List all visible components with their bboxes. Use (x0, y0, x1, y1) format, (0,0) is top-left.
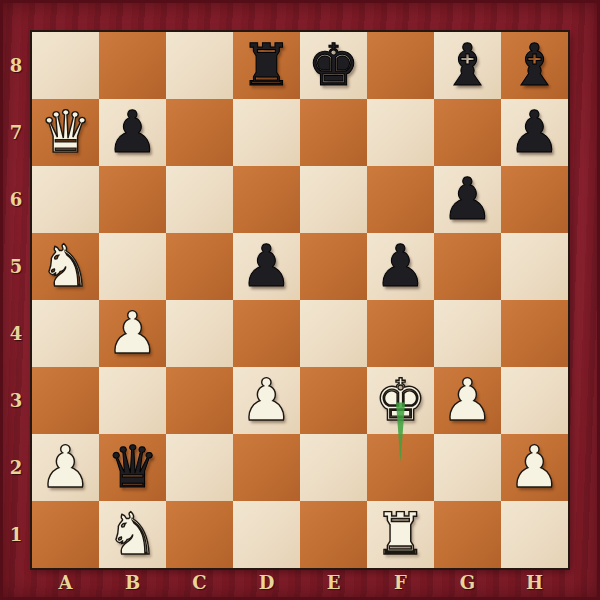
square-h3[interactable] (501, 367, 568, 434)
piece-white-rook-f1[interactable]: ♜ (375, 501, 427, 568)
square-g7[interactable] (434, 99, 501, 166)
square-a1[interactable] (32, 501, 99, 568)
piece-black-bishop-h8[interactable]: ♝ (509, 32, 561, 99)
rank-label-8: 8 (0, 32, 32, 99)
piece-white-pawn-g3[interactable]: ♟ (442, 367, 494, 434)
square-g5[interactable] (434, 233, 501, 300)
square-b5[interactable] (99, 233, 166, 300)
square-c6[interactable] (166, 166, 233, 233)
rank-label-5: 5 (0, 233, 32, 300)
square-g1[interactable] (434, 501, 501, 568)
square-f6[interactable] (367, 166, 434, 233)
piece-white-pawn-b4[interactable]: ♟ (107, 300, 159, 367)
rank-label-7: 7 (0, 99, 32, 166)
piece-white-knight-b1[interactable]: ♞ (107, 501, 159, 568)
chess-board: ♜♚♝♝♛♟♟♟♞♟♟♟♟♚♟♟♛♟♞♜ (32, 32, 568, 568)
square-e3[interactable] (300, 367, 367, 434)
square-d8[interactable]: ♜ (233, 32, 300, 99)
square-b2[interactable]: ♛ (99, 434, 166, 501)
square-f8[interactable] (367, 32, 434, 99)
square-e6[interactable] (300, 166, 367, 233)
square-e5[interactable] (300, 233, 367, 300)
file-label-E: E (300, 567, 367, 600)
square-h6[interactable] (501, 166, 568, 233)
piece-white-pawn-h2[interactable]: ♟ (509, 434, 561, 501)
square-e2[interactable] (300, 434, 367, 501)
square-g3[interactable]: ♟ (434, 367, 501, 434)
piece-white-queen-a7[interactable]: ♛ (40, 99, 92, 166)
square-a4[interactable] (32, 300, 99, 367)
square-f7[interactable] (367, 99, 434, 166)
square-b4[interactable]: ♟ (99, 300, 166, 367)
square-e8[interactable]: ♚ (300, 32, 367, 99)
square-c5[interactable] (166, 233, 233, 300)
square-d4[interactable] (233, 300, 300, 367)
piece-black-pawn-f5[interactable]: ♟ (375, 233, 427, 300)
file-label-F: F (367, 567, 434, 600)
square-e1[interactable] (300, 501, 367, 568)
square-b7[interactable]: ♟ (99, 99, 166, 166)
square-c4[interactable] (166, 300, 233, 367)
square-a6[interactable] (32, 166, 99, 233)
square-a8[interactable] (32, 32, 99, 99)
piece-black-pawn-h7[interactable]: ♟ (509, 99, 561, 166)
square-h2[interactable]: ♟ (501, 434, 568, 501)
piece-black-pawn-d5[interactable]: ♟ (241, 233, 293, 300)
piece-white-knight-a5[interactable]: ♞ (40, 233, 92, 300)
square-a2[interactable]: ♟ (32, 434, 99, 501)
square-a7[interactable]: ♛ (32, 99, 99, 166)
rank-label-4: 4 (0, 300, 32, 367)
piece-black-pawn-b7[interactable]: ♟ (107, 99, 159, 166)
square-c7[interactable] (166, 99, 233, 166)
file-label-A: A (32, 567, 99, 600)
square-f3[interactable]: ♚ (367, 367, 434, 434)
square-h7[interactable]: ♟ (501, 99, 568, 166)
square-c2[interactable] (166, 434, 233, 501)
piece-black-bishop-g8[interactable]: ♝ (442, 32, 494, 99)
square-b3[interactable] (99, 367, 166, 434)
rank-label-3: 3 (0, 367, 32, 434)
file-label-C: C (166, 567, 233, 600)
square-d5[interactable]: ♟ (233, 233, 300, 300)
square-a5[interactable]: ♞ (32, 233, 99, 300)
file-label-G: G (434, 567, 501, 600)
square-c3[interactable] (166, 367, 233, 434)
square-f4[interactable] (367, 300, 434, 367)
square-e4[interactable] (300, 300, 367, 367)
square-h4[interactable] (501, 300, 568, 367)
piece-white-pawn-a2[interactable]: ♟ (40, 434, 92, 501)
square-h1[interactable] (501, 501, 568, 568)
piece-black-rook-d8[interactable]: ♜ (241, 32, 293, 99)
square-b1[interactable]: ♞ (99, 501, 166, 568)
square-d6[interactable] (233, 166, 300, 233)
chess-diagram: ♜♚♝♝♛♟♟♟♞♟♟♟♟♚♟♟♛♟♞♜ 87654321 ABCDEFGH (0, 0, 600, 600)
square-d1[interactable] (233, 501, 300, 568)
piece-black-queen-b2[interactable]: ♛ (107, 434, 159, 501)
square-g6[interactable]: ♟ (434, 166, 501, 233)
square-b6[interactable] (99, 166, 166, 233)
square-g2[interactable] (434, 434, 501, 501)
square-a3[interactable] (32, 367, 99, 434)
square-f1[interactable]: ♜ (367, 501, 434, 568)
square-h5[interactable] (501, 233, 568, 300)
file-label-D: D (233, 567, 300, 600)
square-g4[interactable] (434, 300, 501, 367)
rank-label-2: 2 (0, 434, 32, 501)
square-f5[interactable]: ♟ (367, 233, 434, 300)
square-e7[interactable] (300, 99, 367, 166)
piece-black-pawn-g6[interactable]: ♟ (442, 166, 494, 233)
piece-black-king-e8[interactable]: ♚ (308, 32, 360, 99)
piece-white-pawn-d3[interactable]: ♟ (241, 367, 293, 434)
file-label-B: B (99, 567, 166, 600)
square-d2[interactable] (233, 434, 300, 501)
square-d7[interactable] (233, 99, 300, 166)
square-c8[interactable] (166, 32, 233, 99)
square-h8[interactable]: ♝ (501, 32, 568, 99)
square-f2[interactable] (367, 434, 434, 501)
square-c1[interactable] (166, 501, 233, 568)
piece-white-king-f3[interactable]: ♚ (375, 367, 427, 434)
file-label-H: H (501, 567, 568, 600)
square-b8[interactable] (99, 32, 166, 99)
square-g8[interactable]: ♝ (434, 32, 501, 99)
square-d3[interactable]: ♟ (233, 367, 300, 434)
rank-label-6: 6 (0, 166, 32, 233)
rank-label-1: 1 (0, 501, 32, 568)
